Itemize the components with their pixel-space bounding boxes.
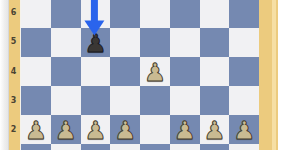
square-g2[interactable]: ♟ bbox=[200, 115, 230, 144]
square-a5[interactable] bbox=[21, 28, 51, 57]
square-g4[interactable] bbox=[200, 57, 230, 86]
piece-white-king[interactable]: ♚ bbox=[144, 149, 166, 150]
square-e3[interactable] bbox=[140, 86, 170, 115]
piece-white-pawn[interactable]: ♟ bbox=[84, 118, 106, 143]
square-h2[interactable]: ♟ bbox=[229, 115, 259, 144]
square-e6[interactable] bbox=[140, 0, 170, 28]
rank-label-6: 6 bbox=[8, 9, 19, 17]
square-a3[interactable] bbox=[21, 86, 51, 115]
square-f2[interactable]: ♟ bbox=[170, 115, 200, 144]
piece-black-pawn[interactable]: ♟ bbox=[84, 31, 106, 56]
piece-white-knight[interactable]: ♞ bbox=[203, 149, 225, 150]
square-d1[interactable]: ♛ bbox=[110, 144, 140, 150]
square-h1[interactable]: ♜ bbox=[229, 144, 259, 150]
piece-white-queen[interactable]: ♛ bbox=[114, 149, 136, 150]
piece-white-knight[interactable]: ♞ bbox=[54, 149, 76, 150]
piece-white-pawn[interactable]: ♟ bbox=[25, 118, 47, 143]
square-a1[interactable]: ♜ bbox=[21, 144, 51, 150]
frame-edge-highlight bbox=[272, 0, 276, 150]
piece-white-pawn[interactable]: ♟ bbox=[144, 60, 166, 85]
square-h5[interactable] bbox=[229, 28, 259, 57]
square-g1[interactable]: ♞ bbox=[200, 144, 230, 150]
square-f4[interactable] bbox=[170, 57, 200, 86]
piece-white-pawn[interactable]: ♟ bbox=[54, 118, 76, 143]
square-d2[interactable]: ♟ bbox=[110, 115, 140, 144]
square-e5[interactable] bbox=[140, 28, 170, 57]
square-c1[interactable]: ♝ bbox=[81, 144, 111, 150]
piece-white-bishop[interactable]: ♝ bbox=[84, 149, 106, 150]
piece-white-pawn[interactable]: ♟ bbox=[203, 118, 225, 143]
square-b4[interactable] bbox=[51, 57, 81, 86]
square-c5[interactable]: ♟ bbox=[81, 28, 111, 57]
square-h3[interactable] bbox=[229, 86, 259, 115]
square-b1[interactable]: ♞ bbox=[51, 144, 81, 150]
square-e1[interactable]: ♚ bbox=[140, 144, 170, 150]
square-f3[interactable] bbox=[170, 86, 200, 115]
square-c3[interactable] bbox=[81, 86, 111, 115]
square-a2[interactable]: ♟ bbox=[21, 115, 51, 144]
square-f5[interactable] bbox=[170, 28, 200, 57]
rank-label-5: 5 bbox=[8, 38, 19, 46]
square-c2[interactable]: ♟ bbox=[81, 115, 111, 144]
piece-white-pawn[interactable]: ♟ bbox=[114, 118, 136, 143]
rank-label-3: 3 bbox=[8, 97, 19, 105]
square-d5[interactable] bbox=[110, 28, 140, 57]
square-d4[interactable] bbox=[110, 57, 140, 86]
square-h6[interactable] bbox=[229, 0, 259, 28]
square-d3[interactable] bbox=[110, 86, 140, 115]
piece-white-pawn[interactable]: ♟ bbox=[173, 118, 195, 143]
square-c4[interactable] bbox=[81, 57, 111, 86]
chess-board[interactable]: ♟♟♟♟♟♟♟♟♟♜♞♝♛♚♝♞♜ bbox=[20, 0, 259, 150]
square-h4[interactable] bbox=[229, 57, 259, 86]
piece-white-rook[interactable]: ♜ bbox=[25, 149, 47, 150]
square-d6[interactable] bbox=[110, 0, 140, 28]
square-f6[interactable] bbox=[170, 0, 200, 28]
rank-label-4: 4 bbox=[8, 68, 19, 76]
square-g6[interactable] bbox=[200, 0, 230, 28]
piece-white-pawn[interactable]: ♟ bbox=[233, 118, 255, 143]
piece-white-rook[interactable]: ♜ bbox=[233, 149, 255, 150]
piece-white-bishop[interactable]: ♝ bbox=[173, 149, 195, 150]
app-window: 65432 ♟♟♟♟♟♟♟♟♟♜♞♝♛♚♝♞♜ bbox=[0, 0, 300, 150]
square-c6[interactable] bbox=[81, 0, 111, 28]
square-a6[interactable] bbox=[21, 0, 51, 28]
square-g3[interactable] bbox=[200, 86, 230, 115]
rank-label-2: 2 bbox=[8, 126, 19, 134]
square-b3[interactable] bbox=[51, 86, 81, 115]
square-e2[interactable] bbox=[140, 115, 170, 144]
square-f1[interactable]: ♝ bbox=[170, 144, 200, 150]
square-b2[interactable]: ♟ bbox=[51, 115, 81, 144]
square-g5[interactable] bbox=[200, 28, 230, 57]
square-a4[interactable] bbox=[21, 57, 51, 86]
square-b5[interactable] bbox=[51, 28, 81, 57]
square-e4[interactable]: ♟ bbox=[140, 57, 170, 86]
square-b6[interactable] bbox=[51, 0, 81, 28]
